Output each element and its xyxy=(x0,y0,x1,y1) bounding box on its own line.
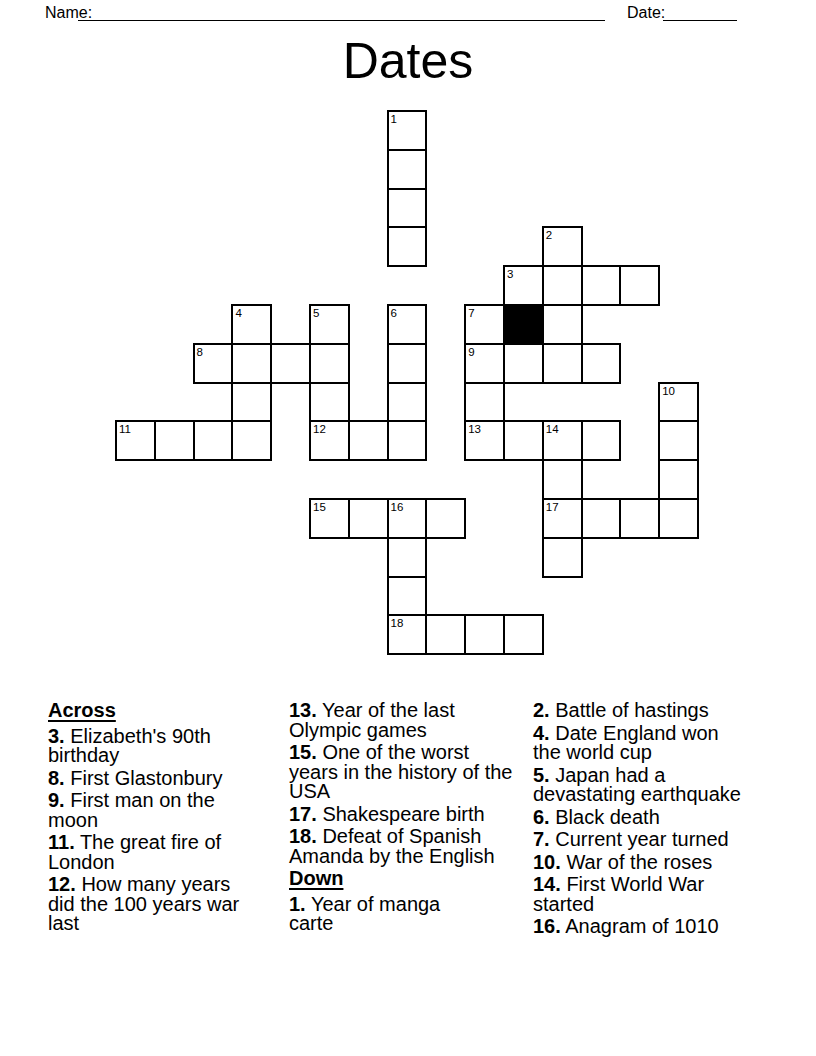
cell-number: 18 xyxy=(389,616,426,630)
grid-cell[interactable] xyxy=(542,265,583,306)
grid-cell[interactable] xyxy=(581,498,622,539)
clue-number: 1. xyxy=(289,893,306,915)
clue-number: 3. xyxy=(48,725,65,747)
clues-column-3: 2. Battle of hastings4. Date England won… xyxy=(533,701,775,940)
cell-number: 6 xyxy=(389,306,426,320)
cell-number: 11 xyxy=(117,422,154,436)
grid-cell[interactable] xyxy=(619,265,660,306)
clue-number: 7. xyxy=(533,828,550,850)
grid-cell[interactable] xyxy=(581,343,622,384)
grid-cell[interactable]: 14 xyxy=(542,420,583,461)
cell-number: 10 xyxy=(660,384,697,398)
grid-cell[interactable] xyxy=(503,614,544,655)
clue-number: 17. xyxy=(289,803,317,825)
clue-down-1: 1. Year of mangacarte xyxy=(289,895,529,934)
clue-down-10: 10. War of the roses xyxy=(533,853,775,873)
cell-number: 9 xyxy=(466,345,503,359)
grid-cell[interactable]: 15 xyxy=(309,498,350,539)
cell-number: 8 xyxy=(195,345,232,359)
clue-number: 15. xyxy=(289,741,317,763)
grid-cell[interactable]: 1 xyxy=(387,110,428,151)
grid-cell[interactable] xyxy=(464,614,505,655)
grid-cell[interactable]: 10 xyxy=(658,382,699,423)
cell-number: 1 xyxy=(389,112,426,126)
clue-number: 11. xyxy=(48,831,75,853)
clue-across-18: 18. Defeat of SpanishAmanda by the Engli… xyxy=(289,827,529,866)
grid-cell[interactable]: 7 xyxy=(464,304,505,345)
grid-cell[interactable] xyxy=(658,498,699,539)
grid-cell[interactable]: 5 xyxy=(309,304,350,345)
clue-across-13: 13. Year of the lastOlympic games xyxy=(289,701,529,740)
clue-number: 9. xyxy=(48,789,65,811)
grid-cell[interactable]: 16 xyxy=(387,498,428,539)
clue-across-9: 9. First man on themoon xyxy=(48,791,284,830)
grid-cell[interactable]: 2 xyxy=(542,226,583,267)
clue-across-3: 3. Elizabeth's 90thbirthday xyxy=(48,727,284,766)
grid-cell[interactable] xyxy=(231,420,272,461)
grid-cell[interactable] xyxy=(503,420,544,461)
grid-cell[interactable] xyxy=(387,420,428,461)
clue-number: 5. xyxy=(533,764,550,786)
clue-number: 4. xyxy=(533,722,550,744)
clue-down-16: 16. Anagram of 1010 xyxy=(533,917,775,937)
grid-cell[interactable] xyxy=(309,382,350,423)
clue-down-14: 14. First World Warstarted xyxy=(533,875,775,914)
clue-across-12: 12. How many yearsdid the 100 years warl… xyxy=(48,875,284,934)
cell-number: 13 xyxy=(466,422,503,436)
clue-down-6: 6. Black death xyxy=(533,808,775,828)
grid-cell[interactable] xyxy=(387,226,428,267)
grid-cell[interactable] xyxy=(348,498,389,539)
clue-number: 8. xyxy=(48,767,65,789)
cell-number: 12 xyxy=(311,422,348,436)
grid-cell[interactable] xyxy=(658,459,699,500)
grid-cell[interactable]: 12 xyxy=(309,420,350,461)
grid-cell[interactable] xyxy=(542,459,583,500)
grid-cell[interactable] xyxy=(387,188,428,229)
grid-cell[interactable] xyxy=(503,343,544,384)
grid-cell[interactable]: 4 xyxy=(231,304,272,345)
cell-number: 5 xyxy=(311,306,348,320)
clue-across-15: 15. One of the worstyears in the history… xyxy=(289,743,529,802)
clues-column-1: Across3. Elizabeth's 90thbirthday8. Firs… xyxy=(48,701,284,937)
clue-down-4: 4. Date England wonthe world cup xyxy=(533,724,775,763)
grid-cell[interactable]: 3 xyxy=(503,265,544,306)
grid-cell[interactable] xyxy=(619,498,660,539)
clue-down-2: 2. Battle of hastings xyxy=(533,701,775,721)
grid-cell[interactable] xyxy=(270,343,311,384)
grid-cell[interactable] xyxy=(464,382,505,423)
clue-across-11: 11. The great fire ofLondon xyxy=(48,833,284,872)
grid-cell[interactable] xyxy=(387,382,428,423)
grid-cell[interactable] xyxy=(425,498,466,539)
cell-number: 17 xyxy=(544,500,581,514)
across-header: Across xyxy=(48,701,284,721)
grid-cell[interactable]: 18 xyxy=(387,614,428,655)
grid-cell[interactable] xyxy=(348,420,389,461)
cell-number: 16 xyxy=(389,500,426,514)
grid-cell[interactable] xyxy=(387,576,428,617)
grid-cell[interactable] xyxy=(154,420,195,461)
cell-number: 2 xyxy=(544,228,581,242)
cell-number: 4 xyxy=(233,306,270,320)
clue-number: 12. xyxy=(48,873,76,895)
grid-cell[interactable]: 6 xyxy=(387,304,428,345)
grid-cell[interactable]: 9 xyxy=(464,343,505,384)
clue-number: 16. xyxy=(533,915,561,937)
clue-number: 2. xyxy=(533,699,550,721)
grid-cell[interactable] xyxy=(193,420,234,461)
grid-cell[interactable] xyxy=(309,343,350,384)
clue-across-8: 8. First Glastonbury xyxy=(48,769,284,789)
clue-number: 6. xyxy=(533,806,550,828)
down-header: Down xyxy=(289,869,529,889)
black-cell xyxy=(503,304,544,345)
cell-number: 14 xyxy=(544,422,581,436)
grid-cell[interactable] xyxy=(542,343,583,384)
grid-cell[interactable] xyxy=(231,343,272,384)
grid-cell[interactable] xyxy=(542,304,583,345)
grid-cell[interactable] xyxy=(387,149,428,190)
clue-down-5: 5. Japan had adevastating earthquake xyxy=(533,766,775,805)
grid-cell[interactable] xyxy=(542,537,583,578)
clue-across-17: 17. Shakespeare birth xyxy=(289,805,529,825)
grid-cell[interactable] xyxy=(658,420,699,461)
cell-number: 7 xyxy=(466,306,503,320)
grid-cell[interactable]: 17 xyxy=(542,498,583,539)
clues-column-2: 13. Year of the lastOlympic games15. One… xyxy=(289,701,529,937)
clue-number: 13. xyxy=(289,699,317,721)
grid-cell[interactable] xyxy=(425,614,466,655)
clue-number: 10. xyxy=(533,851,561,873)
grid-cell[interactable]: 11 xyxy=(115,420,156,461)
grid-cell[interactable] xyxy=(581,265,622,306)
grid-cell[interactable] xyxy=(387,537,428,578)
grid-cell[interactable] xyxy=(581,420,622,461)
cell-number: 15 xyxy=(311,500,348,514)
cell-number: 3 xyxy=(505,267,542,281)
clue-number: 18. xyxy=(289,825,317,847)
clue-number: 14. xyxy=(533,873,561,895)
clue-down-7: 7. Current year turned xyxy=(533,830,775,850)
grid-cell[interactable] xyxy=(387,343,428,384)
grid-cell[interactable]: 13 xyxy=(464,420,505,461)
grid-cell[interactable]: 8 xyxy=(193,343,234,384)
grid-cell[interactable] xyxy=(231,382,272,423)
